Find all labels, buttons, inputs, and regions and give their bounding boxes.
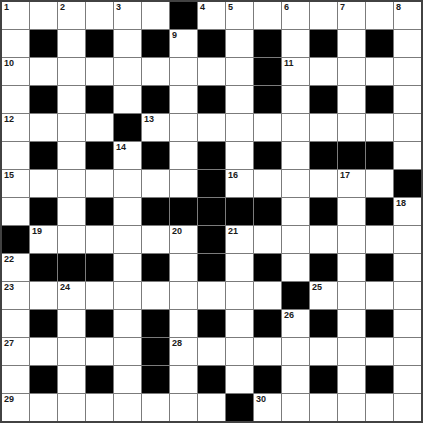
- black-cell-r11c9: [254, 310, 281, 337]
- cell-r2c0[interactable]: 10: [2, 58, 29, 85]
- cell-r13c10[interactable]: [282, 366, 309, 393]
- cell-r1c8[interactable]: [226, 30, 253, 57]
- cell-r4c0[interactable]: 12: [2, 114, 29, 141]
- cell-r0c10[interactable]: 6: [282, 2, 309, 29]
- black-cell-r9c9: [254, 254, 281, 281]
- clue-number: 18: [396, 198, 406, 208]
- black-cell-r14c8: [226, 394, 253, 421]
- cell-r13c12[interactable]: [338, 366, 365, 393]
- black-cell-r4c4: [114, 114, 141, 141]
- cell-r11c12[interactable]: [338, 310, 365, 337]
- black-cell-r3c13: [366, 86, 393, 113]
- cell-r3c12[interactable]: [338, 86, 365, 113]
- cell-r12c0[interactable]: 27: [2, 338, 29, 365]
- cell-r8c1[interactable]: 19: [30, 226, 57, 253]
- cell-r11c6[interactable]: [170, 310, 197, 337]
- cell-r13c6[interactable]: [170, 366, 197, 393]
- clue-number: 12: [4, 114, 14, 124]
- black-cell-r3c7: [198, 86, 225, 113]
- cell-r7c10[interactable]: [282, 198, 309, 225]
- cell-r0c8[interactable]: 5: [226, 2, 253, 29]
- cell-r5c10[interactable]: [282, 142, 309, 169]
- black-cell-r3c3: [86, 86, 113, 113]
- cell-r11c0[interactable]: [2, 310, 29, 337]
- cell-r2c5[interactable]: [142, 58, 169, 85]
- black-cell-r5c3: [86, 142, 113, 169]
- cell-r6c11[interactable]: [310, 170, 337, 197]
- clue-number: 28: [172, 338, 182, 348]
- cell-r4c2[interactable]: [58, 114, 85, 141]
- cell-r8c11[interactable]: [310, 226, 337, 253]
- cell-r4c5[interactable]: 13: [142, 114, 169, 141]
- cell-r4c10[interactable]: [282, 114, 309, 141]
- cell-r10c7[interactable]: [198, 282, 225, 309]
- cell-r0c3[interactable]: [86, 2, 113, 29]
- black-cell-r1c1: [30, 30, 57, 57]
- cell-r4c3[interactable]: [86, 114, 113, 141]
- cell-r8c10[interactable]: [282, 226, 309, 253]
- cell-r3c0[interactable]: [2, 86, 29, 113]
- black-cell-r13c11: [310, 366, 337, 393]
- cell-r11c14[interactable]: [394, 310, 421, 337]
- cell-r10c12[interactable]: [338, 282, 365, 309]
- black-cell-r7c13: [366, 198, 393, 225]
- black-cell-r1c3: [86, 30, 113, 57]
- black-cell-r3c11: [310, 86, 337, 113]
- black-cell-r9c2: [58, 254, 85, 281]
- cell-r10c13[interactable]: [366, 282, 393, 309]
- black-cell-r13c7: [198, 366, 225, 393]
- black-cell-r7c9: [254, 198, 281, 225]
- cell-r14c7[interactable]: [198, 394, 225, 421]
- black-cell-r1c13: [366, 30, 393, 57]
- black-cell-r1c11: [310, 30, 337, 57]
- clue-number: 13: [144, 114, 154, 124]
- black-cell-r7c11: [310, 198, 337, 225]
- clue-number: 25: [312, 282, 322, 292]
- clue-number: 3: [116, 2, 121, 12]
- clue-number: 11: [284, 58, 294, 68]
- crossword-puzzle: 1234567891011121314151617181920212223242…: [0, 0, 423, 423]
- cell-r4c14[interactable]: [394, 114, 421, 141]
- cell-r2c10[interactable]: 11: [282, 58, 309, 85]
- cell-r6c5[interactable]: [142, 170, 169, 197]
- cell-r0c13[interactable]: [366, 2, 393, 29]
- cell-r10c11[interactable]: 25: [310, 282, 337, 309]
- black-cell-r9c3: [86, 254, 113, 281]
- black-cell-r5c9: [254, 142, 281, 169]
- cell-r9c8[interactable]: [226, 254, 253, 281]
- cell-r1c12[interactable]: [338, 30, 365, 57]
- black-cell-r1c5: [142, 30, 169, 57]
- cell-r7c12[interactable]: [338, 198, 365, 225]
- cell-r2c7[interactable]: [198, 58, 225, 85]
- clue-number: 14: [116, 142, 126, 152]
- cell-r14c10[interactable]: [282, 394, 309, 421]
- black-cell-r3c9: [254, 86, 281, 113]
- black-cell-r7c3: [86, 198, 113, 225]
- cell-r1c0[interactable]: [2, 30, 29, 57]
- cell-r0c11[interactable]: [310, 2, 337, 29]
- black-cell-r13c5: [142, 366, 169, 393]
- clue-number: 17: [340, 170, 350, 180]
- cell-r6c12[interactable]: 17: [338, 170, 365, 197]
- cell-r12c12[interactable]: [338, 338, 365, 365]
- cell-r10c0[interactable]: 23: [2, 282, 29, 309]
- cell-r6c13[interactable]: [366, 170, 393, 197]
- cell-r5c8[interactable]: [226, 142, 253, 169]
- cell-r4c9[interactable]: [254, 114, 281, 141]
- clue-number: 24: [60, 282, 70, 292]
- cell-r9c4[interactable]: [114, 254, 141, 281]
- black-cell-r11c3: [86, 310, 113, 337]
- clue-number: 19: [32, 226, 42, 236]
- black-cell-r0c6: [170, 2, 197, 29]
- black-cell-r5c12: [338, 142, 365, 169]
- cell-r2c12[interactable]: [338, 58, 365, 85]
- black-cell-r7c8: [226, 198, 253, 225]
- black-cell-r7c6: [170, 198, 197, 225]
- black-cell-r7c1: [30, 198, 57, 225]
- cell-r4c8[interactable]: [226, 114, 253, 141]
- cell-r8c13[interactable]: [366, 226, 393, 253]
- cell-r0c14[interactable]: 8: [394, 2, 421, 29]
- clue-number: 22: [4, 254, 14, 264]
- cell-r10c8[interactable]: [226, 282, 253, 309]
- cell-r6c10[interactable]: [282, 170, 309, 197]
- cell-r6c6[interactable]: [170, 170, 197, 197]
- clue-number: 16: [228, 170, 238, 180]
- cell-r3c10[interactable]: [282, 86, 309, 113]
- cell-r11c10[interactable]: 26: [282, 310, 309, 337]
- black-cell-r13c1: [30, 366, 57, 393]
- cell-r11c4[interactable]: [114, 310, 141, 337]
- cell-r10c1[interactable]: [30, 282, 57, 309]
- clue-number: 8: [396, 2, 401, 12]
- cell-r11c8[interactable]: [226, 310, 253, 337]
- cell-r1c10[interactable]: [282, 30, 309, 57]
- cell-r6c8[interactable]: 16: [226, 170, 253, 197]
- cell-r5c2[interactable]: [58, 142, 85, 169]
- cell-r2c14[interactable]: [394, 58, 421, 85]
- black-cell-r5c11: [310, 142, 337, 169]
- black-cell-r9c1: [30, 254, 57, 281]
- cell-r14c11[interactable]: [310, 394, 337, 421]
- cell-r8c2[interactable]: [58, 226, 85, 253]
- cell-r14c6[interactable]: [170, 394, 197, 421]
- clue-number: 26: [284, 310, 294, 320]
- cell-r4c1[interactable]: [30, 114, 57, 141]
- cell-r10c5[interactable]: [142, 282, 169, 309]
- cell-r8c3[interactable]: [86, 226, 113, 253]
- cell-r7c4[interactable]: [114, 198, 141, 225]
- cell-r1c6[interactable]: 9: [170, 30, 197, 57]
- clue-number: 4: [200, 2, 205, 12]
- cell-r14c12[interactable]: [338, 394, 365, 421]
- cell-r14c14[interactable]: [394, 394, 421, 421]
- cell-r14c2[interactable]: [58, 394, 85, 421]
- cell-r13c2[interactable]: [58, 366, 85, 393]
- black-cell-r3c5: [142, 86, 169, 113]
- cell-r2c4[interactable]: [114, 58, 141, 85]
- cell-r2c3[interactable]: [86, 58, 113, 85]
- black-cell-r11c7: [198, 310, 225, 337]
- black-cell-r5c5: [142, 142, 169, 169]
- cell-r12c7[interactable]: [198, 338, 225, 365]
- cell-r10c4[interactable]: [114, 282, 141, 309]
- cell-r5c4[interactable]: 14: [114, 142, 141, 169]
- black-cell-r11c11: [310, 310, 337, 337]
- cell-r12c2[interactable]: [58, 338, 85, 365]
- black-cell-r5c1: [30, 142, 57, 169]
- cell-r4c12[interactable]: [338, 114, 365, 141]
- cell-r8c4[interactable]: [114, 226, 141, 253]
- cell-r0c5[interactable]: [142, 2, 169, 29]
- cell-r10c3[interactable]: [86, 282, 113, 309]
- cell-r0c12[interactable]: 7: [338, 2, 365, 29]
- clue-number: 2: [60, 2, 65, 12]
- cell-r12c11[interactable]: [310, 338, 337, 365]
- cell-r12c3[interactable]: [86, 338, 113, 365]
- cell-r3c4[interactable]: [114, 86, 141, 113]
- black-cell-r9c7: [198, 254, 225, 281]
- cell-r5c6[interactable]: [170, 142, 197, 169]
- cell-r5c14[interactable]: [394, 142, 421, 169]
- cell-r14c3[interactable]: [86, 394, 113, 421]
- cell-r0c0[interactable]: 1: [2, 2, 29, 29]
- crossword-grid: 1234567891011121314151617181920212223242…: [0, 0, 423, 423]
- cell-r10c2[interactable]: 24: [58, 282, 85, 309]
- cell-r12c13[interactable]: [366, 338, 393, 365]
- cell-r1c14[interactable]: [394, 30, 421, 57]
- cell-r2c2[interactable]: [58, 58, 85, 85]
- cell-r4c11[interactable]: [310, 114, 337, 141]
- cell-r9c12[interactable]: [338, 254, 365, 281]
- cell-r13c14[interactable]: [394, 366, 421, 393]
- cell-r2c6[interactable]: [170, 58, 197, 85]
- cell-r12c1[interactable]: [30, 338, 57, 365]
- cell-r8c6[interactable]: 20: [170, 226, 197, 253]
- cell-r14c13[interactable]: [366, 394, 393, 421]
- cell-r9c10[interactable]: [282, 254, 309, 281]
- clue-number: 1: [4, 2, 9, 12]
- clue-number: 27: [4, 338, 14, 348]
- cell-r13c4[interactable]: [114, 366, 141, 393]
- black-cell-r6c14: [394, 170, 421, 197]
- cell-r8c12[interactable]: [338, 226, 365, 253]
- cell-r4c13[interactable]: [366, 114, 393, 141]
- cell-r6c3[interactable]: [86, 170, 113, 197]
- clue-number: 30: [256, 394, 266, 404]
- clue-number: 10: [4, 58, 14, 68]
- clue-number: 9: [172, 30, 177, 40]
- black-cell-r2c9: [254, 58, 281, 85]
- cell-r6c4[interactable]: [114, 170, 141, 197]
- black-cell-r7c5: [142, 198, 169, 225]
- cell-r2c8[interactable]: [226, 58, 253, 85]
- black-cell-r13c3: [86, 366, 113, 393]
- black-cell-r9c5: [142, 254, 169, 281]
- cell-r9c6[interactable]: [170, 254, 197, 281]
- black-cell-r11c5: [142, 310, 169, 337]
- clue-number: 7: [340, 2, 345, 12]
- black-cell-r11c1: [30, 310, 57, 337]
- cell-r12c14[interactable]: [394, 338, 421, 365]
- black-cell-r1c7: [198, 30, 225, 57]
- black-cell-r8c7: [198, 226, 225, 253]
- cell-r0c4[interactable]: 3: [114, 2, 141, 29]
- cell-r12c10[interactable]: [282, 338, 309, 365]
- clue-number: 29: [4, 394, 14, 404]
- cell-r14c9[interactable]: 30: [254, 394, 281, 421]
- cell-r6c0[interactable]: 15: [2, 170, 29, 197]
- black-cell-r10c10: [282, 282, 309, 309]
- cell-r14c0[interactable]: 29: [2, 394, 29, 421]
- cell-r14c1[interactable]: [30, 394, 57, 421]
- clue-number: 5: [228, 2, 233, 12]
- cell-r7c0[interactable]: [2, 198, 29, 225]
- black-cell-r7c7: [198, 198, 225, 225]
- black-cell-r6c7: [198, 170, 225, 197]
- clue-number: 20: [172, 226, 182, 236]
- cell-r13c0[interactable]: [2, 366, 29, 393]
- cell-r4c6[interactable]: [170, 114, 197, 141]
- black-cell-r8c0: [2, 226, 29, 253]
- black-cell-r1c9: [254, 30, 281, 57]
- cell-r2c1[interactable]: [30, 58, 57, 85]
- cell-r14c5[interactable]: [142, 394, 169, 421]
- cell-r9c14[interactable]: [394, 254, 421, 281]
- cell-r8c5[interactable]: [142, 226, 169, 253]
- cell-r6c2[interactable]: [58, 170, 85, 197]
- cell-r10c9[interactable]: [254, 282, 281, 309]
- cell-r8c9[interactable]: [254, 226, 281, 253]
- black-cell-r5c7: [198, 142, 225, 169]
- cell-r5c0[interactable]: [2, 142, 29, 169]
- cell-r3c6[interactable]: [170, 86, 197, 113]
- clue-number: 15: [4, 170, 14, 180]
- cell-r10c6[interactable]: [170, 282, 197, 309]
- clue-number: 6: [284, 2, 289, 12]
- black-cell-r9c13: [366, 254, 393, 281]
- cell-r1c2[interactable]: [58, 30, 85, 57]
- black-cell-r11c13: [366, 310, 393, 337]
- cell-r8c14[interactable]: [394, 226, 421, 253]
- cell-r2c11[interactable]: [310, 58, 337, 85]
- black-cell-r13c13: [366, 366, 393, 393]
- cell-r3c14[interactable]: [394, 86, 421, 113]
- cell-r12c4[interactable]: [114, 338, 141, 365]
- clue-number: 23: [4, 282, 14, 292]
- black-cell-r5c13: [366, 142, 393, 169]
- cell-r0c9[interactable]: [254, 2, 281, 29]
- cell-r11c2[interactable]: [58, 310, 85, 337]
- cell-r12c8[interactable]: [226, 338, 253, 365]
- cell-r12c9[interactable]: [254, 338, 281, 365]
- cell-r1c4[interactable]: [114, 30, 141, 57]
- cell-r2c13[interactable]: [366, 58, 393, 85]
- cell-r3c8[interactable]: [226, 86, 253, 113]
- black-cell-r13c9: [254, 366, 281, 393]
- cell-r9c0[interactable]: 22: [2, 254, 29, 281]
- cell-r4c7[interactable]: [198, 114, 225, 141]
- cell-r7c2[interactable]: [58, 198, 85, 225]
- cell-r14c4[interactable]: [114, 394, 141, 421]
- cell-r13c8[interactable]: [226, 366, 253, 393]
- cell-r6c9[interactable]: [254, 170, 281, 197]
- cell-r0c1[interactable]: [30, 2, 57, 29]
- black-cell-r9c11: [310, 254, 337, 281]
- clue-number: 21: [228, 226, 238, 236]
- cell-r10c14[interactable]: [394, 282, 421, 309]
- cell-r8c8[interactable]: 21: [226, 226, 253, 253]
- black-cell-r12c5: [142, 338, 169, 365]
- cell-r0c2[interactable]: 2: [58, 2, 85, 29]
- cell-r0c7[interactable]: 4: [198, 2, 225, 29]
- cell-r3c2[interactable]: [58, 86, 85, 113]
- cell-r6c1[interactable]: [30, 170, 57, 197]
- black-cell-r3c1: [30, 86, 57, 113]
- cell-r7c14[interactable]: 18: [394, 198, 421, 225]
- cell-r12c6[interactable]: 28: [170, 338, 197, 365]
